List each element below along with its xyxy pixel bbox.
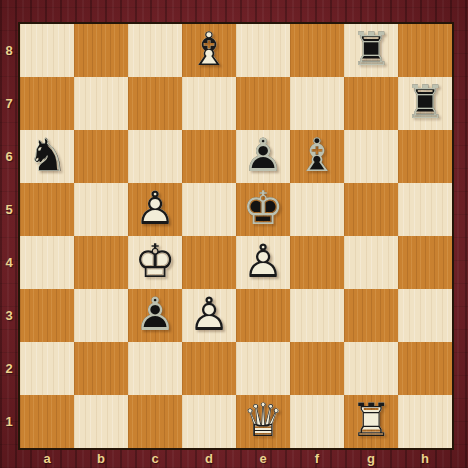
pawn-outline-icon: ♙ [134, 291, 175, 337]
rank-label-4: 4 [0, 236, 18, 289]
bishop-outline-icon: ♗ [296, 132, 337, 178]
square-b8[interactable] [74, 24, 128, 77]
piece-white-pawn-e4[interactable]: ♟♙ [236, 236, 290, 289]
piece-white-king-c4[interactable]: ♚♔ [128, 236, 182, 289]
bishop-outline-icon: ♗ [188, 26, 229, 72]
piece-black-king-e5[interactable]: ♚♔ [236, 183, 290, 236]
piece-white-rook-g1[interactable]: ♜♖ [344, 395, 398, 448]
rank-label-8: 8 [0, 24, 18, 77]
square-c2[interactable] [128, 342, 182, 395]
piece-black-pawn-c3[interactable]: ♟♙ [128, 289, 182, 342]
pawn-outline-icon: ♙ [242, 238, 283, 284]
rook-outline-icon: ♖ [350, 397, 391, 443]
file-label-h: h [398, 450, 452, 468]
square-f7[interactable] [290, 77, 344, 130]
file-label-g: g [344, 450, 398, 468]
square-g5[interactable] [344, 183, 398, 236]
square-e4[interactable]: ♟♙ [236, 236, 290, 289]
square-b5[interactable] [74, 183, 128, 236]
rank-label-7: 7 [0, 77, 18, 130]
square-a5[interactable] [20, 183, 74, 236]
queen-outline-icon: ♕ [242, 397, 283, 443]
file-label-c: c [128, 450, 182, 468]
square-f1[interactable] [290, 395, 344, 448]
square-b6[interactable] [74, 130, 128, 183]
square-c3[interactable]: ♟♙ [128, 289, 182, 342]
pawn-outline-icon: ♙ [242, 132, 283, 178]
square-g8[interactable]: ♜♖ [344, 24, 398, 77]
square-e3[interactable] [236, 289, 290, 342]
square-a8[interactable] [20, 24, 74, 77]
square-g6[interactable] [344, 130, 398, 183]
square-b1[interactable] [74, 395, 128, 448]
square-g2[interactable] [344, 342, 398, 395]
square-e1[interactable]: ♛♕ [236, 395, 290, 448]
square-g4[interactable] [344, 236, 398, 289]
square-d4[interactable] [182, 236, 236, 289]
square-d2[interactable] [182, 342, 236, 395]
square-c4[interactable]: ♚♔ [128, 236, 182, 289]
square-f5[interactable] [290, 183, 344, 236]
pawn-outline-icon: ♙ [134, 185, 175, 231]
square-g3[interactable] [344, 289, 398, 342]
piece-black-knight-a6[interactable]: ♞♘ [20, 130, 74, 183]
square-h8[interactable] [398, 24, 452, 77]
square-b4[interactable] [74, 236, 128, 289]
square-h1[interactable] [398, 395, 452, 448]
square-d6[interactable] [182, 130, 236, 183]
piece-black-pawn-e6[interactable]: ♟♙ [236, 130, 290, 183]
chess-diagram: ♝♗♜♖♜♖♞♘♟♙♝♗♟♙♚♔♚♔♟♙♟♙♟♙♛♕♜♖ 87654321 ab… [0, 0, 468, 468]
file-label-f: f [290, 450, 344, 468]
square-f2[interactable] [290, 342, 344, 395]
square-h6[interactable] [398, 130, 452, 183]
square-h7[interactable]: ♜♖ [398, 77, 452, 130]
file-label-e: e [236, 450, 290, 468]
square-c7[interactable] [128, 77, 182, 130]
chess-board: ♝♗♜♖♜♖♞♘♟♙♝♗♟♙♚♔♚♔♟♙♟♙♟♙♛♕♜♖ [18, 22, 454, 450]
square-a2[interactable] [20, 342, 74, 395]
square-c8[interactable] [128, 24, 182, 77]
square-e2[interactable] [236, 342, 290, 395]
square-g1[interactable]: ♜♖ [344, 395, 398, 448]
square-b2[interactable] [74, 342, 128, 395]
rank-label-1: 1 [0, 395, 18, 448]
square-b3[interactable] [74, 289, 128, 342]
king-outline-icon: ♔ [242, 185, 283, 231]
file-label-b: b [74, 450, 128, 468]
square-c6[interactable] [128, 130, 182, 183]
rook-outline-icon: ♖ [404, 79, 445, 125]
square-d5[interactable] [182, 183, 236, 236]
square-a6[interactable]: ♞♘ [20, 130, 74, 183]
file-label-a: a [20, 450, 74, 468]
square-f6[interactable]: ♝♗ [290, 130, 344, 183]
square-a4[interactable] [20, 236, 74, 289]
square-f8[interactable] [290, 24, 344, 77]
piece-white-pawn-d3[interactable]: ♟♙ [182, 289, 236, 342]
square-f3[interactable] [290, 289, 344, 342]
piece-black-bishop-f6[interactable]: ♝♗ [290, 130, 344, 183]
square-f4[interactable] [290, 236, 344, 289]
square-a7[interactable] [20, 77, 74, 130]
piece-white-pawn-c5[interactable]: ♟♙ [128, 183, 182, 236]
square-h4[interactable] [398, 236, 452, 289]
king-outline-icon: ♔ [134, 238, 175, 284]
piece-black-rook-g8[interactable]: ♜♖ [344, 24, 398, 77]
piece-white-bishop-d8[interactable]: ♝♗ [182, 24, 236, 77]
pawn-outline-icon: ♙ [188, 291, 229, 337]
square-d3[interactable]: ♟♙ [182, 289, 236, 342]
square-c1[interactable] [128, 395, 182, 448]
square-h3[interactable] [398, 289, 452, 342]
file-label-d: d [182, 450, 236, 468]
piece-black-rook-h7[interactable]: ♜♖ [398, 77, 452, 130]
square-g7[interactable] [344, 77, 398, 130]
square-d7[interactable] [182, 77, 236, 130]
knight-outline-icon: ♘ [26, 132, 67, 178]
square-e6[interactable]: ♟♙ [236, 130, 290, 183]
piece-white-queen-e1[interactable]: ♛♕ [236, 395, 290, 448]
square-a3[interactable] [20, 289, 74, 342]
square-d8[interactable]: ♝♗ [182, 24, 236, 77]
rank-label-3: 3 [0, 289, 18, 342]
rank-label-2: 2 [0, 342, 18, 395]
square-h2[interactable] [398, 342, 452, 395]
square-c5[interactable]: ♟♙ [128, 183, 182, 236]
square-d1[interactable] [182, 395, 236, 448]
square-e8[interactable] [236, 24, 290, 77]
rank-label-5: 5 [0, 183, 18, 236]
square-h5[interactable] [398, 183, 452, 236]
rook-outline-icon: ♖ [350, 26, 391, 72]
square-b7[interactable] [74, 77, 128, 130]
rank-label-6: 6 [0, 130, 18, 183]
square-a1[interactable] [20, 395, 74, 448]
square-e5[interactable]: ♚♔ [236, 183, 290, 236]
square-e7[interactable] [236, 77, 290, 130]
